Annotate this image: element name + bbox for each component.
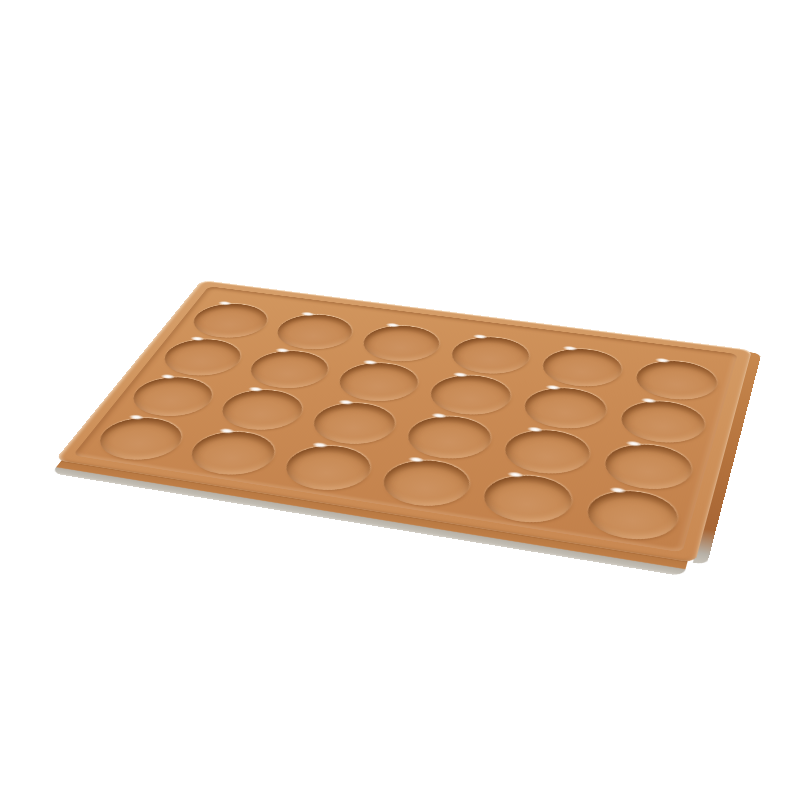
cavity-r4c4: [374, 455, 478, 511]
cavity-r4c3: [275, 441, 380, 496]
cavity-r4c5: [475, 470, 579, 528]
product-photo: [0, 0, 800, 800]
cavity-grid: [209, 286, 738, 354]
cavity-r4c6: [580, 486, 683, 546]
tray-floor: [73, 286, 738, 552]
cavity-r4c1: [87, 413, 193, 465]
baking-tray: [55, 280, 752, 563]
cavity-r4c2: [180, 427, 285, 480]
